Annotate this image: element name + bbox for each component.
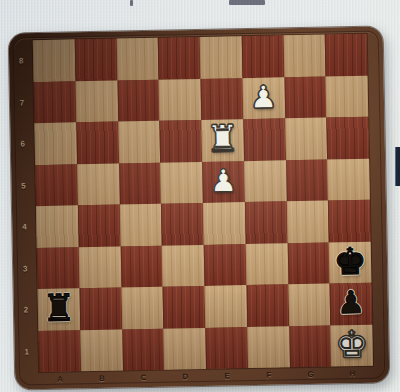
square-c6[interactable] <box>118 121 161 163</box>
screen-edge-ui-sliver <box>395 147 400 186</box>
square-b8[interactable] <box>74 39 117 81</box>
square-e2[interactable] <box>204 285 247 327</box>
square-d6[interactable] <box>160 120 203 162</box>
square-f5[interactable] <box>244 160 287 202</box>
cropped-text-fragment <box>229 0 265 5</box>
file-label-c: C <box>123 369 165 387</box>
square-c2[interactable] <box>121 287 164 329</box>
square-a2[interactable]: ♜ <box>38 288 81 330</box>
square-e6[interactable]: ♜ <box>201 119 244 161</box>
black-pawn-h2[interactable]: ♟ <box>337 287 365 319</box>
square-a8[interactable] <box>33 39 76 81</box>
square-h6[interactable] <box>327 117 370 159</box>
square-f7[interactable]: ♟ <box>242 77 285 119</box>
square-c4[interactable] <box>119 204 162 246</box>
square-g1[interactable] <box>289 325 332 367</box>
square-a1[interactable] <box>38 330 81 372</box>
square-a4[interactable] <box>36 205 79 247</box>
square-h5[interactable] <box>327 158 370 200</box>
square-d1[interactable] <box>164 327 207 369</box>
square-d5[interactable] <box>160 161 203 203</box>
square-d2[interactable] <box>163 286 206 328</box>
square-g7[interactable] <box>284 76 327 118</box>
rank-label-6: 6 <box>10 123 35 165</box>
square-g6[interactable] <box>285 118 328 160</box>
white-pawn-f7[interactable]: ♟ <box>249 81 277 113</box>
square-e1[interactable] <box>205 327 248 369</box>
file-label-h: H <box>331 365 373 383</box>
square-a3[interactable] <box>37 247 80 289</box>
square-d3[interactable] <box>162 244 205 286</box>
square-f8[interactable] <box>241 35 284 77</box>
square-c1[interactable] <box>122 328 165 370</box>
square-b2[interactable] <box>79 288 122 330</box>
square-g4[interactable] <box>286 201 329 243</box>
square-a7[interactable] <box>34 81 77 123</box>
square-h2[interactable]: ♟ <box>330 283 373 325</box>
chess-board: 87654321 ABCDEFGH ♟♜♟♚♜♟♚ <box>9 26 390 389</box>
square-f4[interactable] <box>245 201 288 243</box>
file-label-g: G <box>290 365 332 383</box>
square-e8[interactable] <box>200 36 243 78</box>
square-h1[interactable]: ♚ <box>331 324 374 366</box>
square-f3[interactable] <box>245 243 288 285</box>
file-label-a: A <box>39 370 81 388</box>
square-g5[interactable] <box>286 159 329 201</box>
rank-label-1: 1 <box>14 331 39 373</box>
square-f2[interactable] <box>246 284 289 326</box>
rank-label-3: 3 <box>13 248 38 290</box>
white-pawn-e5[interactable]: ♟ <box>209 165 237 197</box>
file-label-e: E <box>206 367 248 385</box>
square-b5[interactable] <box>77 163 120 205</box>
photographed-screen: 87654321 ABCDEFGH ♟♜♟♚♜♟♚ <box>0 0 400 392</box>
square-e3[interactable] <box>204 244 247 286</box>
square-c7[interactable] <box>117 79 160 121</box>
square-b3[interactable] <box>78 246 121 288</box>
square-b4[interactable] <box>78 205 121 247</box>
board-grid: ♟♜♟♚♜♟♚ <box>33 34 373 372</box>
white-king-h1[interactable]: ♚ <box>335 326 369 364</box>
square-c8[interactable] <box>116 38 159 80</box>
black-rook-a2[interactable]: ♜ <box>42 290 76 328</box>
rank-label-7: 7 <box>10 82 35 124</box>
black-king-h3[interactable]: ♚ <box>333 243 367 281</box>
rank-label-4: 4 <box>12 206 37 248</box>
square-g2[interactable] <box>288 284 331 326</box>
white-rook-e6[interactable]: ♜ <box>206 120 240 158</box>
square-d8[interactable] <box>158 37 201 79</box>
file-label-f: F <box>248 366 290 384</box>
cropped-text-fragment <box>130 0 133 6</box>
rank-label-5: 5 <box>11 165 36 207</box>
square-h4[interactable] <box>328 200 371 242</box>
square-h8[interactable] <box>325 34 368 76</box>
square-f1[interactable] <box>247 326 290 368</box>
square-e4[interactable] <box>203 202 246 244</box>
square-a5[interactable] <box>35 164 78 206</box>
square-b1[interactable] <box>80 329 123 371</box>
square-h7[interactable] <box>326 75 369 117</box>
file-label-b: B <box>81 369 123 387</box>
square-d7[interactable] <box>159 78 202 120</box>
square-c3[interactable] <box>120 245 163 287</box>
square-c5[interactable] <box>119 162 162 204</box>
square-d4[interactable] <box>161 203 204 245</box>
square-e7[interactable] <box>201 78 244 120</box>
square-b6[interactable] <box>76 122 119 164</box>
rank-label-2: 2 <box>14 289 39 331</box>
square-e5[interactable]: ♟ <box>202 161 245 203</box>
square-f6[interactable] <box>243 118 286 160</box>
square-a6[interactable] <box>34 122 77 164</box>
rank-label-8: 8 <box>9 40 34 82</box>
square-h3[interactable]: ♚ <box>329 241 372 283</box>
square-b7[interactable] <box>75 80 118 122</box>
square-g8[interactable] <box>283 35 326 77</box>
file-label-d: D <box>164 368 206 386</box>
square-g3[interactable] <box>287 242 330 284</box>
